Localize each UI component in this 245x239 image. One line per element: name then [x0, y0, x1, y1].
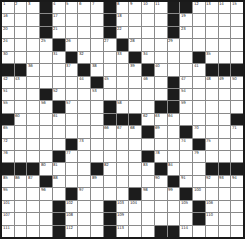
grid-cell[interactable]	[180, 151, 192, 162]
grid-cell[interactable]	[66, 176, 78, 187]
grid-cell[interactable]	[219, 139, 231, 150]
grid-cell[interactable]	[66, 77, 78, 88]
grid-cell[interactable]: 15	[231, 2, 243, 13]
grid-cell[interactable]	[219, 188, 231, 199]
grid-cell[interactable]	[91, 39, 103, 50]
grid-cell[interactable]	[219, 27, 231, 38]
grid-cell[interactable]: 19	[180, 14, 192, 25]
grid-cell[interactable]	[27, 89, 39, 100]
grid-cell[interactable]	[27, 77, 39, 88]
grid-cell[interactable]: 57	[66, 101, 78, 112]
grid-cell[interactable]: 50	[231, 77, 243, 88]
grid-cell[interactable]: 78	[155, 151, 167, 162]
grid-cell[interactable]: 90	[155, 176, 167, 187]
grid-cell[interactable]	[180, 39, 192, 50]
grid-cell[interactable]	[142, 139, 154, 150]
grid-cell[interactable]	[231, 89, 243, 100]
grid-cell[interactable]	[129, 139, 141, 150]
grid-cell[interactable]	[104, 64, 116, 75]
grid-cell[interactable]: 102	[66, 201, 78, 212]
grid-cell[interactable]: 113	[117, 226, 129, 237]
grid-cell[interactable]	[91, 151, 103, 162]
grid-cell[interactable]	[142, 201, 154, 212]
grid-cell[interactable]	[219, 101, 231, 112]
grid-cell[interactable]	[15, 27, 27, 38]
grid-cell[interactable]: 26	[66, 39, 78, 50]
grid-cell[interactable]	[78, 126, 90, 137]
grid-cell[interactable]	[155, 27, 167, 38]
grid-cell[interactable]	[117, 64, 129, 75]
grid-cell[interactable]	[142, 39, 154, 50]
grid-cell[interactable]: 42	[2, 77, 14, 88]
grid-cell[interactable]: 10	[142, 2, 154, 13]
grid-cell[interactable]	[155, 39, 167, 50]
grid-cell[interactable]	[40, 139, 52, 150]
grid-cell[interactable]	[15, 201, 27, 212]
grid-cell[interactable]	[15, 226, 27, 237]
grid-cell[interactable]	[78, 89, 90, 100]
grid-cell[interactable]	[66, 163, 78, 174]
grid-cell[interactable]: 24	[2, 39, 14, 50]
grid-cell[interactable]: 103	[117, 201, 129, 212]
grid-cell[interactable]: 88	[53, 176, 65, 187]
grid-cell[interactable]	[53, 188, 65, 199]
grid-cell[interactable]: 80	[40, 163, 52, 174]
grid-cell[interactable]	[193, 176, 205, 187]
grid-cell[interactable]: 106	[206, 201, 218, 212]
grid-cell[interactable]: 16	[2, 14, 14, 25]
grid-cell[interactable]	[27, 201, 39, 212]
grid-cell[interactable]	[206, 101, 218, 112]
grid-cell[interactable]	[142, 89, 154, 100]
grid-cell[interactable]	[27, 226, 39, 237]
grid-cell[interactable]	[168, 151, 180, 162]
grid-cell[interactable]	[15, 39, 27, 50]
grid-cell[interactable]	[40, 52, 52, 63]
grid-cell[interactable]	[193, 14, 205, 25]
grid-cell[interactable]	[129, 27, 141, 38]
grid-cell[interactable]	[27, 39, 39, 50]
grid-cell[interactable]	[104, 151, 116, 162]
grid-cell[interactable]	[219, 226, 231, 237]
grid-cell[interactable]	[129, 101, 141, 112]
grid-cell[interactable]	[91, 27, 103, 38]
grid-cell[interactable]	[168, 201, 180, 212]
grid-cell[interactable]	[27, 213, 39, 224]
grid-cell[interactable]: 111	[2, 226, 14, 237]
grid-cell[interactable]: 25	[40, 39, 52, 50]
grid-cell[interactable]: 14	[219, 2, 231, 13]
grid-cell[interactable]	[117, 77, 129, 88]
grid-cell[interactable]: 83	[142, 163, 154, 174]
grid-cell[interactable]	[104, 176, 116, 187]
grid-cell[interactable]	[78, 226, 90, 237]
grid-cell[interactable]: 81	[53, 163, 65, 174]
grid-cell[interactable]: 49	[219, 77, 231, 88]
grid-cell[interactable]: 29	[168, 39, 180, 50]
grid-cell[interactable]	[15, 151, 27, 162]
grid-cell[interactable]	[180, 213, 192, 224]
grid-cell[interactable]	[155, 139, 167, 150]
grid-cell[interactable]	[155, 188, 167, 199]
grid-cell[interactable]: 44	[78, 77, 90, 88]
grid-cell[interactable]: 59	[180, 101, 192, 112]
grid-cell[interactable]	[193, 163, 205, 174]
grid-cell[interactable]	[104, 89, 116, 100]
grid-cell[interactable]: 99	[168, 188, 180, 199]
grid-cell[interactable]	[155, 213, 167, 224]
grid-cell[interactable]: 34	[142, 52, 154, 63]
grid-cell[interactable]	[193, 39, 205, 50]
grid-cell[interactable]	[78, 101, 90, 112]
grid-cell[interactable]	[53, 77, 65, 88]
grid-cell[interactable]	[129, 77, 141, 88]
grid-cell[interactable]	[15, 101, 27, 112]
grid-cell[interactable]: 47	[180, 77, 192, 88]
grid-cell[interactable]: 58	[117, 101, 129, 112]
grid-cell[interactable]	[78, 213, 90, 224]
grid-cell[interactable]	[193, 89, 205, 100]
grid-cell[interactable]: 92	[206, 176, 218, 187]
grid-cell[interactable]: 75	[206, 139, 218, 150]
grid-cell[interactable]: 5	[66, 2, 78, 13]
grid-cell[interactable]	[91, 188, 103, 199]
grid-cell[interactable]: 96	[40, 188, 52, 199]
grid-cell[interactable]	[168, 139, 180, 150]
grid-cell[interactable]: 94	[231, 176, 243, 187]
grid-cell[interactable]	[129, 89, 141, 100]
grid-cell[interactable]: 73	[78, 139, 90, 150]
grid-cell[interactable]	[40, 64, 52, 75]
grid-cell[interactable]	[78, 163, 90, 174]
grid-cell[interactable]	[129, 163, 141, 174]
grid-cell[interactable]: 82	[104, 163, 116, 174]
grid-cell[interactable]	[231, 226, 243, 237]
grid-cell[interactable]	[91, 213, 103, 224]
grid-cell[interactable]: 87	[27, 176, 39, 187]
grid-cell[interactable]: 105	[180, 201, 192, 212]
grid-cell[interactable]	[219, 213, 231, 224]
grid-cell[interactable]: 56	[40, 101, 52, 112]
grid-cell[interactable]: 37	[66, 64, 78, 75]
grid-cell[interactable]: 53	[91, 89, 103, 100]
grid-cell[interactable]: 114	[180, 226, 192, 237]
grid-cell[interactable]	[142, 176, 154, 187]
grid-cell[interactable]	[78, 114, 90, 125]
grid-cell[interactable]	[27, 27, 39, 38]
grid-cell[interactable]: 70	[193, 126, 205, 137]
grid-cell[interactable]	[193, 114, 205, 125]
grid-cell[interactable]: 95	[2, 188, 14, 199]
grid-cell[interactable]: 32	[78, 52, 90, 63]
grid-cell[interactable]	[231, 52, 243, 63]
grid-cell[interactable]: 33	[117, 52, 129, 63]
grid-cell[interactable]	[53, 139, 65, 150]
grid-cell[interactable]	[117, 176, 129, 187]
grid-cell[interactable]: 100	[193, 188, 205, 199]
grid-cell[interactable]	[117, 163, 129, 174]
grid-cell[interactable]	[142, 14, 154, 25]
grid-cell[interactable]	[78, 176, 90, 187]
grid-cell[interactable]: 55	[2, 101, 14, 112]
grid-cell[interactable]	[231, 151, 243, 162]
grid-cell[interactable]: 3	[27, 2, 39, 13]
grid-cell[interactable]: 97	[78, 188, 90, 199]
grid-cell[interactable]: 66	[104, 126, 116, 137]
grid-cell[interactable]	[180, 163, 192, 174]
grid-cell[interactable]	[78, 39, 90, 50]
grid-cell[interactable]: 9	[129, 2, 141, 13]
grid-cell[interactable]	[206, 114, 218, 125]
grid-cell[interactable]	[40, 213, 52, 224]
grid-cell[interactable]: 67	[117, 126, 129, 137]
clue-number: 26	[66, 39, 70, 43]
grid-cell[interactable]: 48	[206, 77, 218, 88]
grid-cell[interactable]	[206, 188, 218, 199]
grid-cell[interactable]	[78, 201, 90, 212]
grid-cell[interactable]: 23	[180, 27, 192, 38]
grid-cell[interactable]	[180, 64, 192, 75]
grid-cell[interactable]	[117, 151, 129, 162]
grid-cell[interactable]	[27, 114, 39, 125]
grid-cell[interactable]: 84	[168, 163, 180, 174]
grid-cell[interactable]	[206, 126, 218, 137]
grid-cell[interactable]	[168, 126, 180, 137]
grid-cell[interactable]: 68	[129, 126, 141, 137]
grid-cell[interactable]	[231, 14, 243, 25]
grid-cell[interactable]: 91	[180, 176, 192, 187]
grid-cell[interactable]	[40, 151, 52, 162]
grid-cell[interactable]: 21	[53, 27, 65, 38]
grid-cell[interactable]: 54	[180, 89, 192, 100]
grid-cell[interactable]: 8	[117, 2, 129, 13]
grid-cell[interactable]	[117, 188, 129, 199]
grid-cell[interactable]	[117, 89, 129, 100]
grid-cell[interactable]	[15, 188, 27, 199]
grid-cell[interactable]: 39	[129, 64, 141, 75]
grid-cell[interactable]	[66, 114, 78, 125]
grid-cell[interactable]	[27, 52, 39, 63]
grid-cell[interactable]	[104, 139, 116, 150]
grid-cell[interactable]	[66, 126, 78, 137]
grid-cell[interactable]: 104	[129, 201, 141, 212]
grid-cell[interactable]: 2	[15, 2, 27, 13]
clue-number: 80	[41, 163, 45, 167]
grid-cell[interactable]	[155, 89, 167, 100]
grid-cell[interactable]	[91, 139, 103, 150]
grid-cell[interactable]: 11	[155, 2, 167, 13]
grid-cell[interactable]: 93	[219, 176, 231, 187]
grid-cell[interactable]	[219, 39, 231, 50]
grid-cell[interactable]	[231, 139, 243, 150]
grid-cell[interactable]: 7	[91, 2, 103, 13]
grid-cell[interactable]: 107	[2, 213, 14, 224]
grid-cell[interactable]	[231, 39, 243, 50]
grid-cell[interactable]	[142, 226, 154, 237]
grid-cell[interactable]	[66, 27, 78, 38]
grid-cell[interactable]	[180, 52, 192, 63]
grid-cell[interactable]: 110	[206, 213, 218, 224]
grid-cell[interactable]	[27, 151, 39, 162]
grid-cell[interactable]: 22	[117, 27, 129, 38]
grid-cell[interactable]	[53, 64, 65, 75]
grid-cell[interactable]	[193, 77, 205, 88]
grid-cell[interactable]: 74	[180, 139, 192, 150]
grid-cell[interactable]	[91, 201, 103, 212]
grid-cell[interactable]	[206, 39, 218, 50]
grid-cell[interactable]: 12	[193, 2, 205, 13]
grid-cell[interactable]	[155, 201, 167, 212]
grid-cell[interactable]	[142, 101, 154, 112]
grid-cell[interactable]	[193, 226, 205, 237]
grid-cell[interactable]	[129, 226, 141, 237]
grid-cell[interactable]	[231, 201, 243, 212]
grid-cell[interactable]	[78, 14, 90, 25]
grid-cell[interactable]	[40, 201, 52, 212]
grid-cell[interactable]: 46	[142, 77, 154, 88]
grid-cell[interactable]	[27, 188, 39, 199]
grid-cell[interactable]: 35	[206, 52, 218, 63]
grid-cell[interactable]: 1	[2, 2, 14, 13]
grid-cell[interactable]	[193, 27, 205, 38]
grid-cell[interactable]	[27, 101, 39, 112]
grid-cell[interactable]: 20	[2, 27, 14, 38]
grid-cell[interactable]	[142, 213, 154, 224]
grid-cell[interactable]	[219, 114, 231, 125]
grid-cell[interactable]: 41	[193, 64, 205, 75]
grid-cell[interactable]: 98	[142, 188, 154, 199]
grid-cell[interactable]	[219, 201, 231, 212]
grid-cell[interactable]	[219, 126, 231, 137]
grid-cell[interactable]	[206, 89, 218, 100]
grid-cell[interactable]	[219, 14, 231, 25]
grid-cell[interactable]	[53, 126, 65, 137]
grid-cell[interactable]: 79	[193, 151, 205, 162]
grid-cell[interactable]	[91, 14, 103, 25]
grid-cell[interactable]	[168, 52, 180, 63]
clue-number: 41	[194, 64, 198, 68]
grid-cell[interactable]: 64	[168, 114, 180, 125]
grid-cell[interactable]	[27, 126, 39, 137]
grid-cell[interactable]: 108	[66, 213, 78, 224]
grid-cell[interactable]	[180, 114, 192, 125]
grid-cell[interactable]	[15, 126, 27, 137]
grid-cell[interactable]	[206, 27, 218, 38]
grid-cell[interactable]	[40, 226, 52, 237]
grid-cell[interactable]: 6	[78, 2, 90, 13]
grid-cell[interactable]	[15, 213, 27, 224]
grid-cell[interactable]	[91, 126, 103, 137]
grid-cell[interactable]: 31	[53, 52, 65, 63]
grid-cell[interactable]: 109	[117, 213, 129, 224]
grid-cell[interactable]: 30	[2, 52, 14, 63]
grid-cell[interactable]: 86	[15, 176, 27, 187]
grid-cell[interactable]	[206, 14, 218, 25]
grid-cell[interactable]: 72	[2, 139, 14, 150]
grid-cell[interactable]	[66, 89, 78, 100]
grid-cell[interactable]	[129, 151, 141, 162]
grid-cell[interactable]: 69	[155, 126, 167, 137]
grid-cell[interactable]	[206, 151, 218, 162]
grid-cell[interactable]	[219, 89, 231, 100]
grid-cell[interactable]: 76	[2, 151, 14, 162]
grid-cell[interactable]	[40, 126, 52, 137]
grid-cell[interactable]: 13	[206, 2, 218, 13]
grid-cell[interactable]	[104, 52, 116, 63]
grid-cell[interactable]	[91, 101, 103, 112]
grid-cell[interactable]: 61	[53, 114, 65, 125]
grid-cell[interactable]: 17	[53, 14, 65, 25]
grid-cell[interactable]	[193, 101, 205, 112]
grid-cell[interactable]	[104, 188, 116, 199]
grid-cell[interactable]: 112	[66, 226, 78, 237]
grid-cell[interactable]	[219, 151, 231, 162]
grid-cell[interactable]	[27, 14, 39, 25]
grid-cell[interactable]: 65	[2, 126, 14, 137]
grid-cell[interactable]: 63	[155, 114, 167, 125]
grid-cell[interactable]	[219, 52, 231, 63]
grid-cell[interactable]	[155, 77, 167, 88]
grid-cell[interactable]: 51	[2, 89, 14, 100]
grid-cell[interactable]	[231, 213, 243, 224]
grid-cell[interactable]: 27	[104, 39, 116, 50]
grid-cell[interactable]	[155, 14, 167, 25]
grid-cell[interactable]: 4	[53, 2, 65, 13]
grid-cell[interactable]: 36	[27, 64, 39, 75]
grid-cell[interactable]	[168, 213, 180, 224]
grid-cell[interactable]	[155, 52, 167, 63]
grid-cell[interactable]: 62	[142, 114, 154, 125]
grid-cell[interactable]	[15, 139, 27, 150]
grid-cell[interactable]: 43	[15, 77, 27, 88]
grid-cell[interactable]: 60	[15, 114, 27, 125]
grid-cell[interactable]	[231, 101, 243, 112]
grid-cell[interactable]	[142, 27, 154, 38]
grid-cell[interactable]	[129, 176, 141, 187]
grid-cell[interactable]	[231, 188, 243, 199]
grid-cell[interactable]	[91, 52, 103, 63]
grid-cell[interactable]: 18	[117, 14, 129, 25]
grid-cell[interactable]	[206, 226, 218, 237]
grid-cell[interactable]: 77	[66, 151, 78, 162]
grid-cell[interactable]	[40, 114, 52, 125]
grid-cell[interactable]	[129, 14, 141, 25]
grid-cell[interactable]	[40, 77, 52, 88]
grid-cell[interactable]: 101	[2, 201, 14, 212]
grid-cell[interactable]	[129, 213, 141, 224]
grid-cell[interactable]	[117, 139, 129, 150]
grid-cell[interactable]	[231, 27, 243, 38]
grid-cell[interactable]: 52	[53, 89, 65, 100]
grid-cell[interactable]: 85	[2, 176, 14, 187]
grid-cell[interactable]: 45	[104, 77, 116, 88]
grid-cell[interactable]	[91, 226, 103, 237]
grid-cell[interactable]	[91, 114, 103, 125]
grid-cell[interactable]: 89	[91, 176, 103, 187]
grid-cell[interactable]: 40	[155, 64, 167, 75]
grid-cell[interactable]	[78, 151, 90, 162]
grid-cell[interactable]	[15, 52, 27, 63]
grid-cell[interactable]: 38	[91, 64, 103, 75]
grid-cell[interactable]	[15, 14, 27, 25]
grid-cell[interactable]	[15, 89, 27, 100]
grid-cell[interactable]	[168, 64, 180, 75]
grid-cell[interactable]: 71	[231, 126, 243, 137]
grid-cell[interactable]: 28	[129, 39, 141, 50]
grid-cell[interactable]	[27, 139, 39, 150]
grid-cell[interactable]	[66, 14, 78, 25]
grid-cell[interactable]	[78, 27, 90, 38]
